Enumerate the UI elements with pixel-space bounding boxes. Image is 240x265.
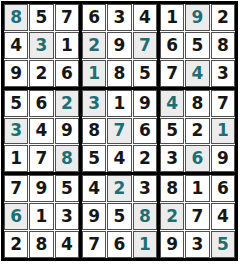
cell-r5c3[interactable]: 9: [55, 118, 79, 145]
cell-r9c2[interactable]: 8: [29, 231, 53, 258]
cell-r1c8[interactable]: 9: [185, 4, 209, 31]
cell-r1c1[interactable]: 8: [4, 4, 28, 31]
cell-r3c2[interactable]: 2: [29, 60, 53, 87]
cell-r5c9[interactable]: 1: [211, 118, 235, 145]
cell-r7c5[interactable]: 2: [107, 175, 131, 202]
cell-r1c6[interactable]: 4: [133, 4, 157, 31]
cell-r9c1[interactable]: 2: [4, 231, 28, 258]
cell-r3c9[interactable]: 3: [211, 60, 235, 87]
cell-r7c2[interactable]: 9: [29, 175, 53, 202]
box-9: 816274935: [160, 175, 235, 258]
cell-r8c5[interactable]: 5: [107, 203, 131, 230]
cell-r7c6[interactable]: 3: [133, 175, 157, 202]
cell-r9c7[interactable]: 9: [160, 231, 184, 258]
cell-r5c2[interactable]: 4: [29, 118, 53, 145]
cell-r7c3[interactable]: 5: [55, 175, 79, 202]
cell-r1c4[interactable]: 6: [82, 4, 106, 31]
cell-r3c4[interactable]: 1: [82, 60, 106, 87]
cell-r7c4[interactable]: 4: [82, 175, 106, 202]
cell-r5c8[interactable]: 2: [185, 118, 209, 145]
cell-r2c4[interactable]: 2: [82, 32, 106, 59]
cell-r8c3[interactable]: 3: [55, 203, 79, 230]
cell-r5c5[interactable]: 7: [107, 118, 131, 145]
cell-r4c5[interactable]: 1: [107, 90, 131, 117]
cell-r4c2[interactable]: 6: [29, 90, 53, 117]
cell-r7c8[interactable]: 1: [185, 175, 209, 202]
cell-r4c7[interactable]: 4: [160, 90, 184, 117]
cell-r4c3[interactable]: 2: [55, 90, 79, 117]
cell-r5c4[interactable]: 8: [82, 118, 106, 145]
cell-r4c8[interactable]: 8: [185, 90, 209, 117]
cell-r8c1[interactable]: 6: [4, 203, 28, 230]
cell-r9c8[interactable]: 3: [185, 231, 209, 258]
cell-r2c5[interactable]: 9: [107, 32, 131, 59]
cell-r2c9[interactable]: 8: [211, 32, 235, 59]
cell-r9c6[interactable]: 1: [133, 231, 157, 258]
cell-r3c6[interactable]: 5: [133, 60, 157, 87]
cell-r2c7[interactable]: 6: [160, 32, 184, 59]
sudoku-board: 8574319266342971851926587435623491783198…: [1, 1, 238, 261]
cell-r5c6[interactable]: 6: [133, 118, 157, 145]
cell-r8c2[interactable]: 1: [29, 203, 53, 230]
cell-r1c3[interactable]: 7: [55, 4, 79, 31]
cell-r4c1[interactable]: 5: [4, 90, 28, 117]
cell-r6c7[interactable]: 3: [160, 145, 184, 172]
cell-r2c2[interactable]: 3: [29, 32, 53, 59]
cell-r4c9[interactable]: 7: [211, 90, 235, 117]
cell-r6c8[interactable]: 6: [185, 145, 209, 172]
cell-r4c4[interactable]: 3: [82, 90, 106, 117]
cell-r3c7[interactable]: 7: [160, 60, 184, 87]
cell-r3c1[interactable]: 9: [4, 60, 28, 87]
cell-r5c7[interactable]: 5: [160, 118, 184, 145]
cell-r7c9[interactable]: 6: [211, 175, 235, 202]
box-6: 487521369: [160, 90, 235, 173]
cell-r3c8[interactable]: 4: [185, 60, 209, 87]
cell-r6c2[interactable]: 7: [29, 145, 53, 172]
box-8: 423958761: [82, 175, 157, 258]
box-2: 634297185: [82, 4, 157, 87]
cell-r9c5[interactable]: 6: [107, 231, 131, 258]
cell-r2c3[interactable]: 1: [55, 32, 79, 59]
cell-r1c7[interactable]: 1: [160, 4, 184, 31]
cell-r6c4[interactable]: 5: [82, 145, 106, 172]
cell-r8c7[interactable]: 2: [160, 203, 184, 230]
cell-r1c9[interactable]: 2: [211, 4, 235, 31]
cell-r2c1[interactable]: 4: [4, 32, 28, 59]
box-7: 795613284: [4, 175, 79, 258]
cell-r4c6[interactable]: 9: [133, 90, 157, 117]
cell-r6c9[interactable]: 9: [211, 145, 235, 172]
cell-r9c4[interactable]: 7: [82, 231, 106, 258]
cell-r8c4[interactable]: 9: [82, 203, 106, 230]
cell-r7c1[interactable]: 7: [4, 175, 28, 202]
cell-r6c1[interactable]: 1: [4, 145, 28, 172]
box-5: 319876542: [82, 90, 157, 173]
cell-r5c1[interactable]: 3: [4, 118, 28, 145]
cell-r9c9[interactable]: 5: [211, 231, 235, 258]
cell-r9c3[interactable]: 4: [55, 231, 79, 258]
box-4: 562349178: [4, 90, 79, 173]
cell-r6c3[interactable]: 8: [55, 145, 79, 172]
cell-r8c9[interactable]: 4: [211, 203, 235, 230]
cell-r1c5[interactable]: 3: [107, 4, 131, 31]
box-3: 192658743: [160, 4, 235, 87]
cell-r6c5[interactable]: 4: [107, 145, 131, 172]
cell-r7c7[interactable]: 8: [160, 175, 184, 202]
cell-r2c6[interactable]: 7: [133, 32, 157, 59]
cell-r3c3[interactable]: 6: [55, 60, 79, 87]
box-1: 857431926: [4, 4, 79, 87]
cell-r2c8[interactable]: 5: [185, 32, 209, 59]
cell-r8c6[interactable]: 8: [133, 203, 157, 230]
cell-r8c8[interactable]: 7: [185, 203, 209, 230]
cell-r1c2[interactable]: 5: [29, 4, 53, 31]
cell-r6c6[interactable]: 2: [133, 145, 157, 172]
cell-r3c5[interactable]: 8: [107, 60, 131, 87]
